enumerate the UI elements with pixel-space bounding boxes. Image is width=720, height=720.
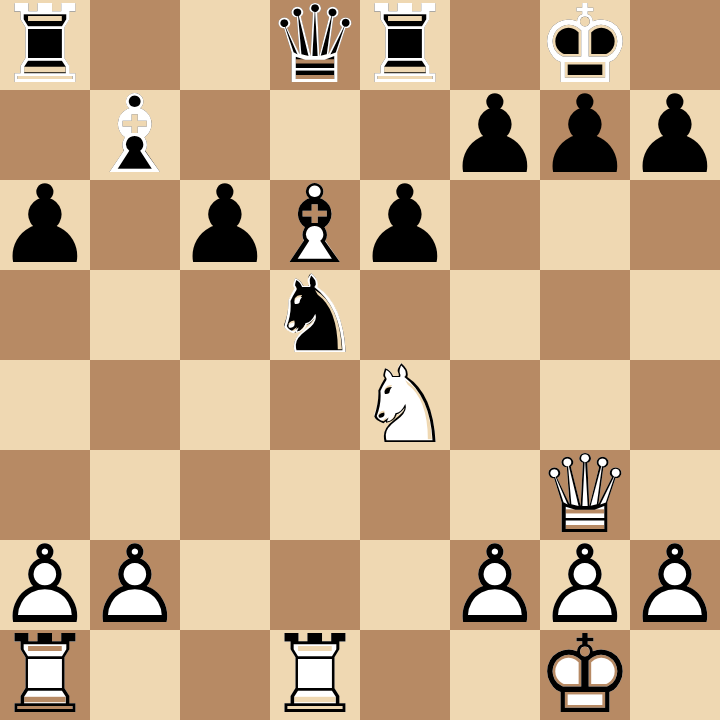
square-f5[interactable]	[450, 270, 540, 360]
chess-board: ♜♖♛♕♜♖♚♔♝♗♟♟♟♟♟♝♗♟♞♘♞♘♛♕♟♙♟♙♟♙♟♙♟♙♜♖♜♖♚♔	[0, 0, 720, 720]
white-pawn-glyph-outline: ♙	[0, 540, 90, 630]
piece-white-rook[interactable]: ♜♖	[270, 630, 360, 720]
square-a6[interactable]: ♟	[0, 180, 90, 270]
piece-white-pawn[interactable]: ♟♙	[630, 540, 720, 630]
piece-black-rook[interactable]: ♜♖	[360, 0, 450, 90]
square-b3[interactable]	[90, 450, 180, 540]
piece-black-king[interactable]: ♚♔	[540, 0, 630, 90]
white-king-glyph-outline: ♔	[540, 630, 630, 720]
square-e3[interactable]	[360, 450, 450, 540]
white-king-glyph-fill: ♚	[540, 630, 630, 720]
square-f6[interactable]	[450, 180, 540, 270]
piece-black-pawn[interactable]: ♟	[360, 180, 450, 270]
white-queen-glyph-outline: ♕	[540, 450, 630, 540]
square-c6[interactable]: ♟	[180, 180, 270, 270]
white-rook-glyph-outline: ♖	[270, 630, 360, 720]
white-knight-glyph-outline: ♘	[360, 360, 450, 450]
square-g6[interactable]	[540, 180, 630, 270]
black-queen-glyph-outline: ♕	[270, 0, 360, 90]
piece-white-rook[interactable]: ♜♖	[0, 630, 90, 720]
square-d7[interactable]	[270, 90, 360, 180]
white-pawn-glyph-fill: ♟	[630, 540, 720, 630]
white-pawn-glyph-outline: ♙	[450, 540, 540, 630]
square-d1[interactable]: ♜♖	[270, 630, 360, 720]
square-h8[interactable]	[630, 0, 720, 90]
square-e1[interactable]	[360, 630, 450, 720]
black-rook-glyph-fill: ♜	[360, 0, 450, 90]
black-pawn-glyph-fill: ♟	[630, 90, 720, 180]
square-b8[interactable]	[90, 0, 180, 90]
square-b1[interactable]	[90, 630, 180, 720]
square-d5[interactable]: ♞♘	[270, 270, 360, 360]
white-rook-glyph-fill: ♜	[0, 630, 90, 720]
square-h1[interactable]	[630, 630, 720, 720]
square-c5[interactable]	[180, 270, 270, 360]
square-c2[interactable]	[180, 540, 270, 630]
square-e5[interactable]	[360, 270, 450, 360]
black-rook-glyph-outline: ♖	[0, 0, 90, 90]
piece-black-pawn[interactable]: ♟	[180, 180, 270, 270]
piece-white-pawn[interactable]: ♟♙	[0, 540, 90, 630]
black-rook-glyph-fill: ♜	[0, 0, 90, 90]
square-b6[interactable]	[90, 180, 180, 270]
piece-black-pawn[interactable]: ♟	[0, 180, 90, 270]
black-knight-glyph-fill: ♞	[270, 270, 360, 360]
square-c7[interactable]	[180, 90, 270, 180]
square-c4[interactable]	[180, 360, 270, 450]
square-e8[interactable]: ♜♖	[360, 0, 450, 90]
square-f8[interactable]	[450, 0, 540, 90]
black-knight-glyph-outline: ♘	[270, 270, 360, 360]
piece-black-pawn[interactable]: ♟	[540, 90, 630, 180]
white-bishop-glyph-fill: ♝	[270, 180, 360, 270]
square-g4[interactable]	[540, 360, 630, 450]
piece-white-pawn[interactable]: ♟♙	[90, 540, 180, 630]
square-f7[interactable]: ♟	[450, 90, 540, 180]
square-b7[interactable]: ♝♗	[90, 90, 180, 180]
square-d2[interactable]	[270, 540, 360, 630]
square-g2[interactable]: ♟♙	[540, 540, 630, 630]
black-queen-glyph-fill: ♛	[270, 0, 360, 90]
square-d4[interactable]	[270, 360, 360, 450]
piece-white-pawn[interactable]: ♟♙	[540, 540, 630, 630]
piece-black-rook[interactable]: ♜♖	[0, 0, 90, 90]
black-bishop-glyph-fill: ♝	[90, 90, 180, 180]
black-king-glyph-fill: ♚	[540, 0, 630, 90]
white-pawn-glyph-fill: ♟	[450, 540, 540, 630]
piece-white-pawn[interactable]: ♟♙	[450, 540, 540, 630]
white-pawn-glyph-outline: ♙	[630, 540, 720, 630]
square-d6[interactable]: ♝♗	[270, 180, 360, 270]
white-rook-glyph-outline: ♖	[0, 630, 90, 720]
piece-white-bishop[interactable]: ♝♗	[270, 180, 360, 270]
square-b4[interactable]	[90, 360, 180, 450]
square-f4[interactable]	[450, 360, 540, 450]
white-bishop-glyph-outline: ♗	[270, 180, 360, 270]
square-h5[interactable]	[630, 270, 720, 360]
square-c1[interactable]	[180, 630, 270, 720]
square-g8[interactable]: ♚♔	[540, 0, 630, 90]
square-h6[interactable]	[630, 180, 720, 270]
piece-black-queen[interactable]: ♛♕	[270, 0, 360, 90]
black-pawn-glyph-fill: ♟	[540, 90, 630, 180]
square-a8[interactable]: ♜♖	[0, 0, 90, 90]
white-pawn-glyph-fill: ♟	[0, 540, 90, 630]
square-c8[interactable]	[180, 0, 270, 90]
square-g1[interactable]: ♚♔	[540, 630, 630, 720]
white-pawn-glyph-outline: ♙	[540, 540, 630, 630]
square-e6[interactable]: ♟	[360, 180, 450, 270]
white-pawn-glyph-fill: ♟	[90, 540, 180, 630]
square-g5[interactable]	[540, 270, 630, 360]
black-pawn-glyph-fill: ♟	[0, 180, 90, 270]
black-king-glyph-outline: ♔	[540, 0, 630, 90]
square-c3[interactable]	[180, 450, 270, 540]
square-b2[interactable]: ♟♙	[90, 540, 180, 630]
square-h7[interactable]: ♟	[630, 90, 720, 180]
square-a1[interactable]: ♜♖	[0, 630, 90, 720]
square-h4[interactable]	[630, 360, 720, 450]
square-h3[interactable]	[630, 450, 720, 540]
square-e7[interactable]	[360, 90, 450, 180]
square-a7[interactable]	[0, 90, 90, 180]
square-d8[interactable]: ♛♕	[270, 0, 360, 90]
piece-black-pawn[interactable]: ♟	[450, 90, 540, 180]
square-f3[interactable]	[450, 450, 540, 540]
black-pawn-glyph-fill: ♟	[360, 180, 450, 270]
black-rook-glyph-outline: ♖	[360, 0, 450, 90]
square-h2[interactable]: ♟♙	[630, 540, 720, 630]
white-knight-glyph-fill: ♞	[360, 360, 450, 450]
square-e2[interactable]	[360, 540, 450, 630]
white-pawn-glyph-outline: ♙	[90, 540, 180, 630]
square-a5[interactable]	[0, 270, 90, 360]
piece-white-knight[interactable]: ♞♘	[360, 360, 450, 450]
square-d3[interactable]	[270, 450, 360, 540]
piece-black-pawn[interactable]: ♟	[630, 90, 720, 180]
black-pawn-glyph-fill: ♟	[180, 180, 270, 270]
square-f2[interactable]: ♟♙	[450, 540, 540, 630]
square-g7[interactable]: ♟	[540, 90, 630, 180]
black-bishop-glyph-outline: ♗	[90, 90, 180, 180]
square-a3[interactable]	[0, 450, 90, 540]
square-a4[interactable]	[0, 360, 90, 450]
square-f1[interactable]	[450, 630, 540, 720]
black-pawn-glyph-fill: ♟	[450, 90, 540, 180]
piece-black-knight[interactable]: ♞♘	[270, 270, 360, 360]
white-pawn-glyph-fill: ♟	[540, 540, 630, 630]
piece-white-queen[interactable]: ♛♕	[540, 450, 630, 540]
white-rook-glyph-fill: ♜	[270, 630, 360, 720]
square-b5[interactable]	[90, 270, 180, 360]
square-e4[interactable]: ♞♘	[360, 360, 450, 450]
piece-black-bishop[interactable]: ♝♗	[90, 90, 180, 180]
white-queen-glyph-fill: ♛	[540, 450, 630, 540]
piece-white-king[interactable]: ♚♔	[540, 630, 630, 720]
square-g3[interactable]: ♛♕	[540, 450, 630, 540]
square-a2[interactable]: ♟♙	[0, 540, 90, 630]
